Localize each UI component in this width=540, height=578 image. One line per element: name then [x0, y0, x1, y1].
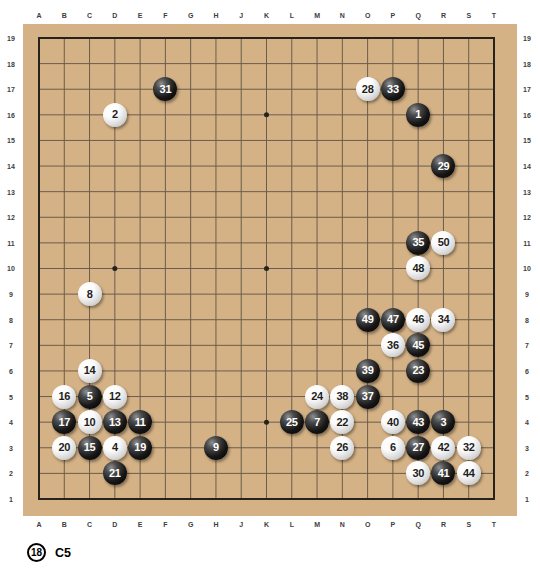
point-C15[interactable]	[77, 128, 102, 154]
point-A4[interactable]	[26, 409, 51, 435]
point-D8[interactable]	[102, 307, 127, 333]
point-N8[interactable]	[330, 307, 355, 333]
point-P1[interactable]	[380, 486, 405, 512]
point-K19[interactable]	[254, 25, 279, 51]
point-O12[interactable]	[355, 204, 380, 230]
point-D6[interactable]	[102, 358, 127, 384]
point-G9[interactable]	[178, 281, 203, 307]
point-R14[interactable]: 29	[431, 153, 456, 179]
point-O5[interactable]: 37	[355, 384, 380, 410]
point-P15[interactable]	[380, 128, 405, 154]
point-O2[interactable]	[355, 461, 380, 487]
point-B18[interactable]	[52, 51, 77, 77]
point-Q14[interactable]	[406, 153, 431, 179]
point-D17[interactable]	[102, 76, 127, 102]
point-H5[interactable]	[203, 384, 228, 410]
point-F4[interactable]	[153, 409, 178, 435]
point-F1[interactable]	[153, 486, 178, 512]
point-N6[interactable]	[330, 358, 355, 384]
point-L13[interactable]	[279, 179, 304, 205]
point-J17[interactable]	[229, 76, 254, 102]
point-D15[interactable]	[102, 128, 127, 154]
point-F11[interactable]	[153, 230, 178, 256]
point-J19[interactable]	[229, 25, 254, 51]
point-H2[interactable]	[203, 461, 228, 487]
point-F14[interactable]	[153, 153, 178, 179]
point-J1[interactable]	[229, 486, 254, 512]
point-S4[interactable]	[456, 409, 481, 435]
point-S14[interactable]	[456, 153, 481, 179]
point-N4[interactable]: 22	[330, 409, 355, 435]
point-S19[interactable]	[456, 25, 481, 51]
point-O7[interactable]	[355, 333, 380, 359]
point-D13[interactable]	[102, 179, 127, 205]
point-K9[interactable]	[254, 281, 279, 307]
point-M11[interactable]	[304, 230, 329, 256]
point-G13[interactable]	[178, 179, 203, 205]
point-R18[interactable]	[431, 51, 456, 77]
point-Q10[interactable]: 48	[406, 256, 431, 282]
point-F7[interactable]	[153, 333, 178, 359]
point-B19[interactable]	[52, 25, 77, 51]
point-K5[interactable]	[254, 384, 279, 410]
point-L3[interactable]	[279, 435, 304, 461]
point-D9[interactable]	[102, 281, 127, 307]
point-E6[interactable]	[128, 358, 153, 384]
point-Q4[interactable]: 43	[406, 409, 431, 435]
point-O13[interactable]	[355, 179, 380, 205]
point-K1[interactable]	[254, 486, 279, 512]
point-E17[interactable]	[128, 76, 153, 102]
point-N19[interactable]	[330, 25, 355, 51]
point-J5[interactable]	[229, 384, 254, 410]
point-M10[interactable]	[304, 256, 329, 282]
point-B5[interactable]: 16	[52, 384, 77, 410]
point-H1[interactable]	[203, 486, 228, 512]
point-C11[interactable]	[77, 230, 102, 256]
point-M4[interactable]: 7	[304, 409, 329, 435]
point-G10[interactable]	[178, 256, 203, 282]
point-B2[interactable]	[52, 461, 77, 487]
point-L17[interactable]	[279, 76, 304, 102]
point-M1[interactable]	[304, 486, 329, 512]
point-C2[interactable]	[77, 461, 102, 487]
point-N12[interactable]	[330, 204, 355, 230]
point-R12[interactable]	[431, 204, 456, 230]
point-S16[interactable]	[456, 102, 481, 128]
point-L10[interactable]	[279, 256, 304, 282]
point-C10[interactable]	[77, 256, 102, 282]
point-L12[interactable]	[279, 204, 304, 230]
point-R2[interactable]: 41	[431, 461, 456, 487]
point-L16[interactable]	[279, 102, 304, 128]
point-Q16[interactable]: 1	[406, 102, 431, 128]
point-K12[interactable]	[254, 204, 279, 230]
point-F12[interactable]	[153, 204, 178, 230]
point-C12[interactable]	[77, 204, 102, 230]
point-N5[interactable]: 38	[330, 384, 355, 410]
point-B13[interactable]	[52, 179, 77, 205]
point-H10[interactable]	[203, 256, 228, 282]
point-M7[interactable]	[304, 333, 329, 359]
point-O18[interactable]	[355, 51, 380, 77]
point-E7[interactable]	[128, 333, 153, 359]
point-S17[interactable]	[456, 76, 481, 102]
point-F6[interactable]	[153, 358, 178, 384]
point-E14[interactable]	[128, 153, 153, 179]
point-F8[interactable]	[153, 307, 178, 333]
point-G6[interactable]	[178, 358, 203, 384]
point-J6[interactable]	[229, 358, 254, 384]
point-J12[interactable]	[229, 204, 254, 230]
point-S3[interactable]: 32	[456, 435, 481, 461]
point-L15[interactable]	[279, 128, 304, 154]
point-L18[interactable]	[279, 51, 304, 77]
point-K18[interactable]	[254, 51, 279, 77]
point-Q6[interactable]: 23	[406, 358, 431, 384]
point-L6[interactable]	[279, 358, 304, 384]
point-N7[interactable]	[330, 333, 355, 359]
point-Q18[interactable]	[406, 51, 431, 77]
point-D10[interactable]	[102, 256, 127, 282]
point-Q9[interactable]	[406, 281, 431, 307]
point-R16[interactable]	[431, 102, 456, 128]
point-A11[interactable]	[26, 230, 51, 256]
point-E19[interactable]	[128, 25, 153, 51]
point-P8[interactable]: 47	[380, 307, 405, 333]
point-H16[interactable]	[203, 102, 228, 128]
point-T19[interactable]	[481, 25, 506, 51]
point-K4[interactable]	[254, 409, 279, 435]
point-D18[interactable]	[102, 51, 127, 77]
point-T9[interactable]	[481, 281, 506, 307]
point-P6[interactable]	[380, 358, 405, 384]
point-T7[interactable]	[481, 333, 506, 359]
point-T12[interactable]	[481, 204, 506, 230]
point-E12[interactable]	[128, 204, 153, 230]
point-Q1[interactable]	[406, 486, 431, 512]
point-G17[interactable]	[178, 76, 203, 102]
point-C7[interactable]	[77, 333, 102, 359]
point-S10[interactable]	[456, 256, 481, 282]
point-T16[interactable]	[481, 102, 506, 128]
point-H13[interactable]	[203, 179, 228, 205]
point-C6[interactable]: 14	[77, 358, 102, 384]
point-H4[interactable]	[203, 409, 228, 435]
point-F17[interactable]: 31	[153, 76, 178, 102]
point-P13[interactable]	[380, 179, 405, 205]
point-R6[interactable]	[431, 358, 456, 384]
point-B16[interactable]	[52, 102, 77, 128]
point-D2[interactable]: 21	[102, 461, 127, 487]
point-C19[interactable]	[77, 25, 102, 51]
point-R13[interactable]	[431, 179, 456, 205]
point-Q12[interactable]	[406, 204, 431, 230]
point-N13[interactable]	[330, 179, 355, 205]
point-R9[interactable]	[431, 281, 456, 307]
point-D7[interactable]	[102, 333, 127, 359]
point-A13[interactable]	[26, 179, 51, 205]
point-P17[interactable]: 33	[380, 76, 405, 102]
point-J3[interactable]	[229, 435, 254, 461]
point-M19[interactable]	[304, 25, 329, 51]
point-K15[interactable]	[254, 128, 279, 154]
point-S15[interactable]	[456, 128, 481, 154]
point-G15[interactable]	[178, 128, 203, 154]
point-C5[interactable]: 5	[77, 384, 102, 410]
point-G3[interactable]	[178, 435, 203, 461]
point-J14[interactable]	[229, 153, 254, 179]
point-S8[interactable]	[456, 307, 481, 333]
point-O4[interactable]	[355, 409, 380, 435]
point-B9[interactable]	[52, 281, 77, 307]
point-P9[interactable]	[380, 281, 405, 307]
point-L19[interactable]	[279, 25, 304, 51]
point-D3[interactable]: 4	[102, 435, 127, 461]
point-R11[interactable]: 50	[431, 230, 456, 256]
point-T5[interactable]	[481, 384, 506, 410]
point-M13[interactable]	[304, 179, 329, 205]
point-H17[interactable]	[203, 76, 228, 102]
point-F19[interactable]	[153, 25, 178, 51]
point-B14[interactable]	[52, 153, 77, 179]
point-R15[interactable]	[431, 128, 456, 154]
point-T6[interactable]	[481, 358, 506, 384]
point-G16[interactable]	[178, 102, 203, 128]
point-P19[interactable]	[380, 25, 405, 51]
point-F9[interactable]	[153, 281, 178, 307]
point-R8[interactable]: 34	[431, 307, 456, 333]
point-A6[interactable]	[26, 358, 51, 384]
point-K17[interactable]	[254, 76, 279, 102]
point-R3[interactable]: 42	[431, 435, 456, 461]
point-D4[interactable]: 13	[102, 409, 127, 435]
point-H11[interactable]	[203, 230, 228, 256]
point-K10[interactable]	[254, 256, 279, 282]
point-L9[interactable]	[279, 281, 304, 307]
point-D14[interactable]	[102, 153, 127, 179]
point-M17[interactable]	[304, 76, 329, 102]
point-T4[interactable]	[481, 409, 506, 435]
point-M2[interactable]	[304, 461, 329, 487]
point-L4[interactable]: 25	[279, 409, 304, 435]
point-A12[interactable]	[26, 204, 51, 230]
point-M9[interactable]	[304, 281, 329, 307]
point-A16[interactable]	[26, 102, 51, 128]
point-Q7[interactable]: 45	[406, 333, 431, 359]
point-R5[interactable]	[431, 384, 456, 410]
point-P3[interactable]: 6	[380, 435, 405, 461]
point-C18[interactable]	[77, 51, 102, 77]
point-S9[interactable]	[456, 281, 481, 307]
point-H8[interactable]	[203, 307, 228, 333]
point-R7[interactable]	[431, 333, 456, 359]
point-B11[interactable]	[52, 230, 77, 256]
point-S18[interactable]	[456, 51, 481, 77]
point-N18[interactable]	[330, 51, 355, 77]
point-O16[interactable]	[355, 102, 380, 128]
point-J2[interactable]	[229, 461, 254, 487]
point-Q3[interactable]: 27	[406, 435, 431, 461]
point-Q11[interactable]: 35	[406, 230, 431, 256]
point-G12[interactable]	[178, 204, 203, 230]
point-H19[interactable]	[203, 25, 228, 51]
point-J9[interactable]	[229, 281, 254, 307]
point-G18[interactable]	[178, 51, 203, 77]
point-J15[interactable]	[229, 128, 254, 154]
point-B17[interactable]	[52, 76, 77, 102]
point-C9[interactable]: 8	[77, 281, 102, 307]
point-C3[interactable]: 15	[77, 435, 102, 461]
point-E18[interactable]	[128, 51, 153, 77]
point-A9[interactable]	[26, 281, 51, 307]
point-Q8[interactable]: 46	[406, 307, 431, 333]
point-H6[interactable]	[203, 358, 228, 384]
point-N11[interactable]	[330, 230, 355, 256]
point-J4[interactable]	[229, 409, 254, 435]
point-P10[interactable]	[380, 256, 405, 282]
point-C17[interactable]	[77, 76, 102, 102]
point-Q13[interactable]	[406, 179, 431, 205]
point-F5[interactable]	[153, 384, 178, 410]
point-H14[interactable]	[203, 153, 228, 179]
point-T3[interactable]	[481, 435, 506, 461]
point-S5[interactable]	[456, 384, 481, 410]
point-D19[interactable]	[102, 25, 127, 51]
point-P2[interactable]	[380, 461, 405, 487]
point-O8[interactable]: 49	[355, 307, 380, 333]
point-C8[interactable]	[77, 307, 102, 333]
point-N15[interactable]	[330, 128, 355, 154]
point-B6[interactable]	[52, 358, 77, 384]
point-E4[interactable]: 11	[128, 409, 153, 435]
point-M5[interactable]: 24	[304, 384, 329, 410]
point-K16[interactable]	[254, 102, 279, 128]
point-G11[interactable]	[178, 230, 203, 256]
point-T17[interactable]	[481, 76, 506, 102]
point-N17[interactable]	[330, 76, 355, 102]
point-P11[interactable]	[380, 230, 405, 256]
point-P12[interactable]	[380, 204, 405, 230]
point-T14[interactable]	[481, 153, 506, 179]
point-T1[interactable]	[481, 486, 506, 512]
point-O14[interactable]	[355, 153, 380, 179]
point-A7[interactable]	[26, 333, 51, 359]
point-T8[interactable]	[481, 307, 506, 333]
point-C4[interactable]: 10	[77, 409, 102, 435]
point-S7[interactable]	[456, 333, 481, 359]
point-A5[interactable]	[26, 384, 51, 410]
point-B15[interactable]	[52, 128, 77, 154]
point-O3[interactable]	[355, 435, 380, 461]
point-L14[interactable]	[279, 153, 304, 179]
point-K8[interactable]	[254, 307, 279, 333]
point-H18[interactable]	[203, 51, 228, 77]
point-S1[interactable]	[456, 486, 481, 512]
point-M15[interactable]	[304, 128, 329, 154]
point-J7[interactable]	[229, 333, 254, 359]
point-D1[interactable]	[102, 486, 127, 512]
point-N1[interactable]	[330, 486, 355, 512]
point-H7[interactable]	[203, 333, 228, 359]
point-M14[interactable]	[304, 153, 329, 179]
point-M3[interactable]	[304, 435, 329, 461]
point-K6[interactable]	[254, 358, 279, 384]
point-P4[interactable]: 40	[380, 409, 405, 435]
point-M18[interactable]	[304, 51, 329, 77]
point-E16[interactable]	[128, 102, 153, 128]
point-F15[interactable]	[153, 128, 178, 154]
point-E13[interactable]	[128, 179, 153, 205]
point-O6[interactable]: 39	[355, 358, 380, 384]
point-M12[interactable]	[304, 204, 329, 230]
point-L7[interactable]	[279, 333, 304, 359]
point-T2[interactable]	[481, 461, 506, 487]
point-M8[interactable]	[304, 307, 329, 333]
point-R17[interactable]	[431, 76, 456, 102]
point-L8[interactable]	[279, 307, 304, 333]
point-G1[interactable]	[178, 486, 203, 512]
point-G8[interactable]	[178, 307, 203, 333]
point-F10[interactable]	[153, 256, 178, 282]
point-B1[interactable]	[52, 486, 77, 512]
point-O11[interactable]	[355, 230, 380, 256]
point-T15[interactable]	[481, 128, 506, 154]
point-Q5[interactable]	[406, 384, 431, 410]
point-Q15[interactable]	[406, 128, 431, 154]
point-B7[interactable]	[52, 333, 77, 359]
point-E11[interactable]	[128, 230, 153, 256]
point-O1[interactable]	[355, 486, 380, 512]
point-K2[interactable]	[254, 461, 279, 487]
point-N14[interactable]	[330, 153, 355, 179]
point-E10[interactable]	[128, 256, 153, 282]
point-Q2[interactable]: 30	[406, 461, 431, 487]
point-J8[interactable]	[229, 307, 254, 333]
point-A18[interactable]	[26, 51, 51, 77]
point-A19[interactable]	[26, 25, 51, 51]
point-F2[interactable]	[153, 461, 178, 487]
point-E15[interactable]	[128, 128, 153, 154]
point-N2[interactable]	[330, 461, 355, 487]
point-F13[interactable]	[153, 179, 178, 205]
point-T10[interactable]	[481, 256, 506, 282]
point-B4[interactable]: 17	[52, 409, 77, 435]
point-F18[interactable]	[153, 51, 178, 77]
point-G14[interactable]	[178, 153, 203, 179]
point-H3[interactable]: 9	[203, 435, 228, 461]
point-J11[interactable]	[229, 230, 254, 256]
point-D16[interactable]: 2	[102, 102, 127, 128]
point-P18[interactable]	[380, 51, 405, 77]
point-D12[interactable]	[102, 204, 127, 230]
point-Q19[interactable]	[406, 25, 431, 51]
point-G5[interactable]	[178, 384, 203, 410]
point-G7[interactable]	[178, 333, 203, 359]
point-D11[interactable]	[102, 230, 127, 256]
point-M6[interactable]	[304, 358, 329, 384]
point-R1[interactable]	[431, 486, 456, 512]
point-D5[interactable]: 12	[102, 384, 127, 410]
point-A17[interactable]	[26, 76, 51, 102]
point-T11[interactable]	[481, 230, 506, 256]
point-N9[interactable]	[330, 281, 355, 307]
point-A10[interactable]	[26, 256, 51, 282]
point-S11[interactable]	[456, 230, 481, 256]
point-G2[interactable]	[178, 461, 203, 487]
point-G19[interactable]	[178, 25, 203, 51]
point-O19[interactable]	[355, 25, 380, 51]
